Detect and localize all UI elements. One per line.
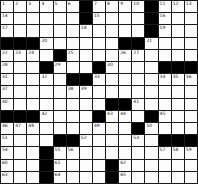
grid-cell-r2c10[interactable] <box>119 13 131 24</box>
grid-cell-r14c7[interactable] <box>80 160 92 171</box>
grid-cell-r7c2[interactable] <box>14 74 26 85</box>
grid-cell-r14c13[interactable] <box>159 160 171 171</box>
black-cell-r14c4 <box>40 160 52 171</box>
black-cell-r7c6 <box>67 74 79 85</box>
grid-cell-r9c3[interactable] <box>27 99 39 110</box>
grid-cell-r2c13[interactable]: 16 <box>159 13 171 24</box>
grid-cell-r3c1[interactable]: 17 <box>1 25 13 36</box>
grid-cell-r5c7[interactable] <box>80 50 92 61</box>
clue-number-41: 41 <box>133 99 139 104</box>
grid-cell-r4c6[interactable] <box>67 38 79 49</box>
grid-cell-r15c8[interactable] <box>93 172 105 183</box>
black-cell-r11c11 <box>132 123 144 134</box>
grid-cell-r11c5[interactable] <box>54 123 66 134</box>
grid-cell-r3c11[interactable] <box>132 25 144 36</box>
grid-cell-r3c6[interactable] <box>67 25 79 36</box>
grid-cell-r10c14[interactable] <box>172 111 184 122</box>
grid-cell-r8c12[interactable] <box>145 86 157 97</box>
grid-cell-r5c10[interactable]: 26 <box>119 50 131 61</box>
grid-cell-r11c1[interactable]: 46 <box>1 123 13 134</box>
grid-cell-r8c4[interactable] <box>40 86 52 97</box>
grid-cell-r2c6[interactable] <box>67 13 79 24</box>
grid-cell-r6c10[interactable] <box>119 62 131 73</box>
grid-cell-r8c3[interactable] <box>27 86 39 97</box>
black-cell-r15c9 <box>106 172 118 183</box>
grid-cell-r12c3[interactable] <box>27 135 39 146</box>
grid-cell-r9c4[interactable] <box>40 99 52 110</box>
grid-cell-r1c13[interactable]: 11 <box>159 1 171 12</box>
grid-cell-r13c5[interactable]: 55 <box>54 147 66 158</box>
grid-cell-r11c9[interactable] <box>106 123 118 134</box>
grid-cell-r9c15[interactable] <box>185 99 197 110</box>
grid-cell-r14c12[interactable] <box>145 160 157 171</box>
grid-cell-r7c5[interactable] <box>54 74 66 85</box>
clue-number-33: 33 <box>94 74 100 79</box>
black-cell-r1c7 <box>80 1 92 12</box>
clue-number-62: 62 <box>120 160 126 165</box>
clue-number-63: 63 <box>2 172 8 177</box>
grid-cell-r15c14[interactable] <box>172 172 184 183</box>
grid-cell-r4c15[interactable] <box>185 38 197 49</box>
grid-cell-r9c1[interactable]: 40 <box>1 99 13 110</box>
grid-cell-r13c10[interactable] <box>119 147 131 158</box>
black-cell-r6c13 <box>159 62 171 73</box>
grid-cell-r12c8[interactable] <box>93 135 105 146</box>
clue-number-40: 40 <box>2 99 8 104</box>
grid-cell-r8c1[interactable]: 37 <box>1 86 13 97</box>
grid-cell-r7c11[interactable] <box>132 74 144 85</box>
grid-cell-r9c7[interactable] <box>80 99 92 110</box>
grid-cell-r12c7[interactable]: 52 <box>80 135 92 146</box>
grid-cell-r8c7[interactable]: 39 <box>80 86 92 97</box>
grid-cell-r13c13[interactable]: 57 <box>159 147 171 158</box>
clue-number-22: 22 <box>2 50 8 55</box>
black-cell-r1c12 <box>145 1 157 12</box>
clue-number-56: 56 <box>68 147 74 152</box>
grid-cell-r4c4[interactable]: 20 <box>40 38 52 49</box>
clue-number-23: 23 <box>15 50 21 55</box>
grid-cell-r8c2[interactable] <box>14 86 26 97</box>
grid-cell-r1c10[interactable]: 9 <box>119 1 131 12</box>
clue-number-32: 32 <box>41 74 47 79</box>
grid-cell-r11c2[interactable]: 47 <box>14 123 26 134</box>
grid-cell-r8c13[interactable] <box>159 86 171 97</box>
grid-cell-r8c11[interactable] <box>132 86 144 97</box>
grid-cell-r8c8[interactable] <box>93 86 105 97</box>
grid-cell-r7c8[interactable]: 33 <box>93 74 105 85</box>
clue-number-64: 64 <box>55 172 61 177</box>
grid-cell-r1c6[interactable]: 6 <box>67 1 79 12</box>
clue-number-35: 35 <box>173 74 179 79</box>
clue-number-29: 29 <box>55 62 61 67</box>
black-cell-r14c9 <box>106 160 118 171</box>
black-cell-r2c7 <box>80 13 92 24</box>
grid-cell-r12c11[interactable]: 53 <box>132 135 144 146</box>
grid-cell-r1c5[interactable]: 5 <box>54 1 66 12</box>
black-cell-r4c3 <box>27 38 39 49</box>
grid-cell-r4c14[interactable] <box>172 38 184 49</box>
grid-cell-r15c6[interactable] <box>67 172 79 183</box>
grid-cell-r3c13[interactable]: 19 <box>159 25 171 36</box>
grid-cell-r13c9[interactable] <box>106 147 118 158</box>
clue-number-3: 3 <box>28 1 31 6</box>
grid-cell-r1c11[interactable]: 10 <box>132 1 144 12</box>
grid-cell-r14c6[interactable] <box>67 160 79 171</box>
grid-cell-r5c6[interactable]: 25 <box>67 50 79 61</box>
grid-cell-r7c10[interactable] <box>119 74 131 85</box>
black-cell-r2c12 <box>145 13 157 24</box>
black-cell-r12c6 <box>67 135 79 146</box>
grid-cell-r11c3[interactable]: 48 <box>27 123 39 134</box>
black-cell-r6c8 <box>93 62 105 73</box>
grid-cell-r10c15[interactable] <box>185 111 197 122</box>
grid-cell-r14c14[interactable] <box>172 160 184 171</box>
grid-cell-r6c5[interactable]: 29 <box>54 62 66 73</box>
black-cell-r4c10 <box>119 38 131 49</box>
grid-cell-r3c8[interactable] <box>93 25 105 36</box>
black-cell-r9c9 <box>106 99 118 110</box>
grid-cell-r6c2[interactable] <box>14 62 26 73</box>
grid-cell-r3c15[interactable] <box>185 25 197 36</box>
grid-cell-r9c11[interactable]: 41 <box>132 99 144 110</box>
grid-cell-r4c12[interactable]: 21 <box>145 38 157 49</box>
grid-cell-r11c15[interactable] <box>185 123 197 134</box>
grid-cell-r9c8[interactable] <box>93 99 105 110</box>
grid-cell-r8c6[interactable]: 38 <box>67 86 79 97</box>
clue-number-43: 43 <box>107 111 113 116</box>
grid-cell-r12c2[interactable] <box>14 135 26 146</box>
grid-cell-r6c9[interactable]: 30 <box>106 62 118 73</box>
clue-number-51: 51 <box>2 135 8 140</box>
clue-number-10: 10 <box>133 1 139 6</box>
grid-cell-r6c3[interactable] <box>27 62 39 73</box>
black-cell-r12c5 <box>54 135 66 146</box>
clue-number-59: 59 <box>186 147 192 152</box>
grid-cell-r15c10[interactable]: 65 <box>119 172 131 183</box>
clue-number-13: 13 <box>186 1 192 6</box>
grid-cell-r10c10[interactable]: 44 <box>119 111 131 122</box>
clue-number-19: 19 <box>160 25 166 30</box>
grid-cell-r11c7[interactable] <box>80 123 92 134</box>
clue-number-6: 6 <box>68 1 71 6</box>
grid-cell-r15c12[interactable] <box>145 172 157 183</box>
black-cell-r6c14 <box>172 62 184 73</box>
grid-cell-r8c15[interactable] <box>185 86 197 97</box>
clue-number-16: 16 <box>160 13 166 18</box>
clue-number-61: 61 <box>55 160 61 165</box>
clue-number-39: 39 <box>81 86 87 91</box>
black-cell-r12c15 <box>185 135 197 146</box>
grid-cell-r5c8[interactable] <box>93 50 105 61</box>
grid-cell-r9c14[interactable] <box>172 99 184 110</box>
grid-cell-r15c13[interactable] <box>159 172 171 183</box>
grid-cell-r15c15[interactable] <box>185 172 197 183</box>
grid-cell-r12c12[interactable] <box>145 135 157 146</box>
grid-cell-r1c9[interactable]: 8 <box>106 1 118 12</box>
grid-cell-r15c3[interactable] <box>27 172 39 183</box>
clue-number-25: 25 <box>68 50 74 55</box>
grid-cell-r7c12[interactable] <box>145 74 157 85</box>
grid-cell-r2c11[interactable] <box>132 13 144 24</box>
grid-cell-r5c12[interactable] <box>145 50 157 61</box>
grid-cell-r11c14[interactable] <box>172 123 184 134</box>
grid-cell-r7c14[interactable]: 35 <box>172 74 184 85</box>
grid-cell-r11c6[interactable] <box>67 123 79 134</box>
grid-cell-r6c1[interactable]: 28 <box>1 62 13 73</box>
grid-cell-r7c1[interactable]: 31 <box>1 74 13 85</box>
grid-cell-r14c2[interactable] <box>14 160 26 171</box>
grid-cell-r7c3[interactable] <box>27 74 39 85</box>
clue-number-54: 54 <box>2 147 8 152</box>
grid-cell-r1c8[interactable]: 7 <box>93 1 105 12</box>
grid-cell-r3c3[interactable] <box>27 25 39 36</box>
grid-cell-r2c3[interactable] <box>27 13 39 24</box>
clue-number-4: 4 <box>41 1 44 6</box>
black-cell-r6c15 <box>185 62 197 73</box>
crossword-board: 1234567891011121314151617181920212223242… <box>0 0 198 184</box>
grid-cell-r13c11[interactable] <box>132 147 144 158</box>
grid-cell-r6c11[interactable] <box>132 62 144 73</box>
grid-cell-r15c7[interactable] <box>80 172 92 183</box>
grid-cell-r2c15[interactable] <box>185 13 197 24</box>
grid-cell-r6c6[interactable] <box>67 62 79 73</box>
grid-cell-r7c9[interactable] <box>106 74 118 85</box>
grid-cell-r6c7[interactable] <box>80 62 92 73</box>
grid-cell-r5c13[interactable] <box>159 50 171 61</box>
grid-cell-r2c8[interactable]: 15 <box>93 13 105 24</box>
grid-cell-r13c14[interactable]: 58 <box>172 147 184 158</box>
grid-cell-r8c5[interactable] <box>54 86 66 97</box>
grid-cell-r5c2[interactable]: 23 <box>14 50 26 61</box>
black-cell-r12c13 <box>159 135 171 146</box>
clue-number-20: 20 <box>41 38 47 43</box>
grid-cell-r4c13[interactable] <box>159 38 171 49</box>
black-cell-r12c14 <box>172 135 184 146</box>
black-cell-r4c2 <box>14 38 26 49</box>
grid-cell-r14c15[interactable] <box>185 160 197 171</box>
grid-cell-r11c12[interactable]: 50 <box>145 123 157 134</box>
grid-cell-r9c13[interactable] <box>159 99 171 110</box>
grid-cell-r5c15[interactable] <box>185 50 197 61</box>
grid-cell-r3c4[interactable] <box>40 25 52 36</box>
grid-cell-r10c4[interactable]: 42 <box>40 111 52 122</box>
clue-number-15: 15 <box>94 13 100 18</box>
grid-cell-r12c9[interactable] <box>106 135 118 146</box>
grid-cell-r13c3[interactable] <box>27 147 39 158</box>
clue-number-2: 2 <box>15 1 18 6</box>
grid-cell-r9c12[interactable] <box>145 99 157 110</box>
clue-number-46: 46 <box>2 123 8 128</box>
grid-cell-r7c15[interactable]: 36 <box>185 74 197 85</box>
clue-number-36: 36 <box>186 74 192 79</box>
clue-number-42: 42 <box>41 111 47 116</box>
clue-number-44: 44 <box>120 111 126 116</box>
grid-cell-r5c14[interactable] <box>172 50 184 61</box>
grid-cell-r15c5[interactable]: 64 <box>54 172 66 183</box>
clue-number-26: 26 <box>120 50 126 55</box>
black-cell-r13c4 <box>40 147 52 158</box>
grid-cell-r15c11[interactable] <box>132 172 144 183</box>
clue-number-1: 1 <box>2 1 5 6</box>
grid-cell-r10c5[interactable] <box>54 111 66 122</box>
grid-cell-r14c1[interactable]: 60 <box>1 160 13 171</box>
clue-number-12: 12 <box>173 1 179 6</box>
grid-cell-r8c14[interactable] <box>172 86 184 97</box>
clue-number-27: 27 <box>133 50 139 55</box>
clue-number-58: 58 <box>173 147 179 152</box>
clue-number-57: 57 <box>160 147 166 152</box>
clue-number-17: 17 <box>2 25 8 30</box>
grid-cell-r14c5[interactable]: 61 <box>54 160 66 171</box>
grid-cell-r14c10[interactable]: 62 <box>119 160 131 171</box>
grid-cell-r13c1[interactable]: 54 <box>1 147 13 158</box>
grid-cell-r13c2[interactable] <box>14 147 26 158</box>
black-cell-r10c1 <box>1 111 13 122</box>
grid-cell-r14c8[interactable] <box>93 160 105 171</box>
clue-number-38: 38 <box>68 86 74 91</box>
black-cell-r10c2 <box>14 111 26 122</box>
black-cell-r3c12 <box>145 25 157 36</box>
grid-cell-r1c4[interactable]: 4 <box>40 1 52 12</box>
clue-number-50: 50 <box>146 123 152 128</box>
black-cell-r9c10 <box>119 99 131 110</box>
black-cell-r10c12 <box>145 111 157 122</box>
grid-cell-r13c8[interactable] <box>93 147 105 158</box>
grid-cell-r9c5[interactable] <box>54 99 66 110</box>
grid-cell-r4c5[interactable] <box>54 38 66 49</box>
grid-cell-r7c4[interactable]: 32 <box>40 74 52 85</box>
grid-cell-r5c1[interactable]: 22 <box>1 50 13 61</box>
clue-number-9: 9 <box>120 1 123 6</box>
grid-cell-r1c2[interactable]: 2 <box>14 1 26 12</box>
grid-cell-r10c13[interactable]: 45 <box>159 111 171 122</box>
grid-cell-r14c3[interactable] <box>27 160 39 171</box>
clue-number-24: 24 <box>28 50 34 55</box>
grid-cell-r7c13[interactable]: 34 <box>159 74 171 85</box>
grid-cell-r3c14[interactable] <box>172 25 184 36</box>
grid-cell-r3c2[interactable] <box>14 25 26 36</box>
clue-number-34: 34 <box>160 74 166 79</box>
grid-cell-r12c10[interactable] <box>119 135 131 146</box>
grid-cell-r2c2[interactable] <box>14 13 26 24</box>
grid-cell-r13c7[interactable] <box>80 147 92 158</box>
clue-number-30: 30 <box>107 62 113 67</box>
grid-cell-r13c6[interactable]: 56 <box>67 147 79 158</box>
clue-number-55: 55 <box>55 147 61 152</box>
clue-number-18: 18 <box>81 25 87 30</box>
grid-cell-r2c9[interactable] <box>106 13 118 24</box>
grid-cell-r3c7[interactable]: 18 <box>80 25 92 36</box>
clue-number-60: 60 <box>2 160 8 165</box>
grid-cell-r9c2[interactable] <box>14 99 26 110</box>
clue-number-47: 47 <box>15 123 21 128</box>
clue-number-8: 8 <box>107 1 110 6</box>
clue-number-5: 5 <box>55 1 58 6</box>
grid-cell-r3c9[interactable] <box>106 25 118 36</box>
black-cell-r4c1 <box>1 38 13 49</box>
grid-cell-r13c15[interactable]: 59 <box>185 147 197 158</box>
clue-number-45: 45 <box>160 111 166 116</box>
grid-cell-r2c14[interactable] <box>172 13 184 24</box>
grid-cell-r3c5[interactable] <box>54 25 66 36</box>
clue-number-48: 48 <box>28 123 34 128</box>
grid-cell-r8c10[interactable] <box>119 86 131 97</box>
clue-number-28: 28 <box>2 62 8 67</box>
clue-number-31: 31 <box>2 74 8 79</box>
grid-cell-r15c2[interactable] <box>14 172 26 183</box>
grid-cell-r2c5[interactable] <box>54 13 66 24</box>
black-cell-r15c4 <box>40 172 52 183</box>
grid-cell-r5c4[interactable] <box>40 50 52 61</box>
clue-number-37: 37 <box>2 86 8 91</box>
clue-number-21: 21 <box>146 38 152 43</box>
grid-cell-r13c12[interactable] <box>145 147 157 158</box>
grid-cell-r11c13[interactable] <box>159 123 171 134</box>
grid-cell-r11c10[interactable] <box>119 123 131 134</box>
grid-cell-r10c11[interactable] <box>132 111 144 122</box>
black-cell-r10c8 <box>93 111 105 122</box>
grid-cell-r4c7[interactable] <box>80 38 92 49</box>
clue-number-65: 65 <box>120 172 126 177</box>
clue-number-49: 49 <box>94 123 100 128</box>
grid-cell-r4c8[interactable] <box>93 38 105 49</box>
grid-cell-r10c6[interactable] <box>67 111 79 122</box>
grid-cell-r5c9[interactable] <box>106 50 118 61</box>
grid-cell-r10c7[interactable] <box>80 111 92 122</box>
grid-cell-r1c14[interactable]: 12 <box>172 1 184 12</box>
grid-cell-r1c1[interactable]: 1 <box>1 1 13 12</box>
clue-number-7: 7 <box>94 1 97 6</box>
grid-cell-r15c1[interactable]: 63 <box>1 172 13 183</box>
black-cell-r7c7 <box>80 74 92 85</box>
grid-cell-r6c12[interactable] <box>145 62 157 73</box>
grid-cell-r2c1[interactable]: 14 <box>1 13 13 24</box>
grid-cell-r14c11[interactable] <box>132 160 144 171</box>
grid-cell-r4c9[interactable] <box>106 38 118 49</box>
grid-cell-r12c4[interactable] <box>40 135 52 146</box>
grid-cell-r10c9[interactable]: 43 <box>106 111 118 122</box>
grid-cell-r9c6[interactable] <box>67 99 79 110</box>
black-cell-r5c5 <box>54 50 66 61</box>
grid-cell-r5c11[interactable]: 27 <box>132 50 144 61</box>
black-cell-r4c11 <box>132 38 144 49</box>
grid-cell-r11c4[interactable] <box>40 123 52 134</box>
grid-cell-r2c4[interactable] <box>40 13 52 24</box>
clue-number-14: 14 <box>2 13 8 18</box>
clue-number-53: 53 <box>133 135 139 140</box>
clue-number-52: 52 <box>81 135 87 140</box>
grid-cell-r1c3[interactable]: 3 <box>27 1 39 12</box>
grid-cell-r11c8[interactable]: 49 <box>93 123 105 134</box>
clue-number-11: 11 <box>160 1 166 6</box>
black-cell-r10c3 <box>27 111 39 122</box>
grid-cell-r1c15[interactable]: 13 <box>185 1 197 12</box>
grid-cell-r12c1[interactable]: 51 <box>1 135 13 146</box>
grid-cell-r3c10[interactable] <box>119 25 131 36</box>
grid-cell-r8c9[interactable] <box>106 86 118 97</box>
black-cell-r6c4 <box>40 62 52 73</box>
grid-cell-r5c3[interactable]: 24 <box>27 50 39 61</box>
